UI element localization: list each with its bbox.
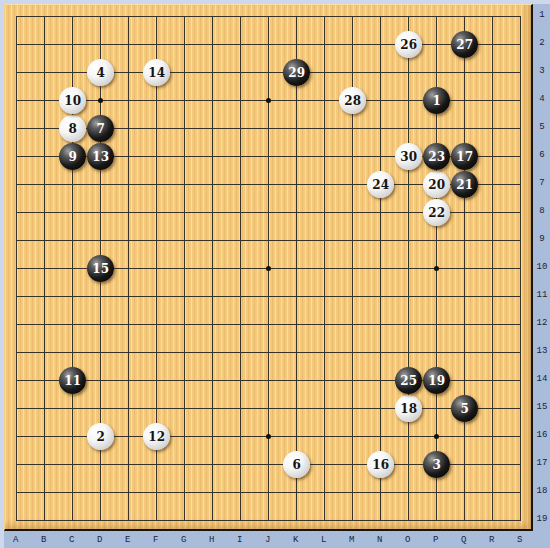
col-label-O: O: [405, 536, 410, 545]
stone-black-Q7[interactable]: 21: [451, 171, 478, 198]
stone-white-D16[interactable]: 2: [87, 423, 114, 450]
stone-white-O2[interactable]: 26: [395, 31, 422, 58]
col-label-B: B: [41, 536, 46, 545]
col-label-I: I: [237, 536, 242, 545]
stone-white-N17[interactable]: 16: [367, 451, 394, 478]
row-label-3: 3: [539, 67, 544, 76]
row-label-13: 13: [537, 347, 548, 356]
stone-black-P4[interactable]: 1: [423, 87, 450, 114]
row-labels: 12345678910111213141516171819: [535, 2, 549, 534]
stone-black-P17[interactable]: 3: [423, 451, 450, 478]
col-label-J: J: [265, 536, 270, 545]
row-label-14: 14: [537, 375, 548, 384]
stone-white-F3[interactable]: 14: [143, 59, 170, 86]
stone-black-Q6[interactable]: 17: [451, 143, 478, 170]
stone-white-N7[interactable]: 24: [367, 171, 394, 198]
row-label-5: 5: [539, 123, 544, 132]
col-label-C: C: [69, 536, 74, 545]
stone-white-P8[interactable]: 22: [423, 199, 450, 226]
stone-white-C4[interactable]: 10: [59, 87, 86, 114]
col-label-A: A: [13, 536, 18, 545]
row-label-9: 9: [539, 235, 544, 244]
stone-white-O15[interactable]: 18: [395, 395, 422, 422]
col-label-H: H: [209, 536, 214, 545]
stone-black-D5[interactable]: 7: [87, 115, 114, 142]
col-label-S: S: [517, 536, 522, 545]
row-label-11: 11: [537, 291, 548, 300]
stone-white-D3[interactable]: 4: [87, 59, 114, 86]
row-label-19: 19: [537, 515, 548, 524]
stone-white-F16[interactable]: 12: [143, 423, 170, 450]
row-label-10: 10: [537, 263, 548, 272]
col-label-Q: Q: [461, 536, 466, 545]
row-label-12: 12: [537, 319, 548, 328]
column-labels: ABCDEFGHIJKLMNOPQRS: [2, 533, 534, 548]
row-label-16: 16: [537, 431, 548, 440]
row-label-17: 17: [537, 459, 548, 468]
col-label-K: K: [293, 536, 298, 545]
col-label-R: R: [489, 536, 494, 545]
row-label-15: 15: [537, 403, 548, 412]
col-label-D: D: [97, 536, 102, 545]
col-label-M: M: [349, 536, 354, 545]
row-label-6: 6: [539, 151, 544, 160]
stone-black-P6[interactable]: 23: [423, 143, 450, 170]
stone-white-C5[interactable]: 8: [59, 115, 86, 142]
stone-black-K3[interactable]: 29: [283, 59, 310, 86]
row-label-4: 4: [539, 95, 544, 104]
row-label-18: 18: [537, 487, 548, 496]
col-label-L: L: [321, 536, 326, 545]
stones-layer: 1234567891011121314151617181920212223242…: [3, 3, 535, 535]
stone-black-Q2[interactable]: 27: [451, 31, 478, 58]
go-diagram-screen: 1234567891011121314151617181920212223242…: [0, 0, 550, 548]
stone-black-O14[interactable]: 25: [395, 367, 422, 394]
row-label-7: 7: [539, 179, 544, 188]
stone-white-K17[interactable]: 6: [283, 451, 310, 478]
stone-black-P14[interactable]: 19: [423, 367, 450, 394]
col-label-G: G: [181, 536, 186, 545]
col-label-E: E: [125, 536, 130, 545]
col-label-F: F: [153, 536, 158, 545]
stone-black-D6[interactable]: 13: [87, 143, 114, 170]
goban[interactable]: 1234567891011121314151617181920212223242…: [4, 4, 533, 531]
row-label-2: 2: [539, 39, 544, 48]
stone-white-P7[interactable]: 20: [423, 171, 450, 198]
stone-black-C6[interactable]: 9: [59, 143, 86, 170]
col-label-P: P: [433, 536, 438, 545]
row-label-1: 1: [539, 11, 544, 20]
stone-black-D10[interactable]: 15: [87, 255, 114, 282]
stone-white-O6[interactable]: 30: [395, 143, 422, 170]
stone-black-Q15[interactable]: 5: [451, 395, 478, 422]
stone-white-M4[interactable]: 28: [339, 87, 366, 114]
stone-black-C14[interactable]: 11: [59, 367, 86, 394]
row-label-8: 8: [539, 207, 544, 216]
col-label-N: N: [377, 536, 382, 545]
